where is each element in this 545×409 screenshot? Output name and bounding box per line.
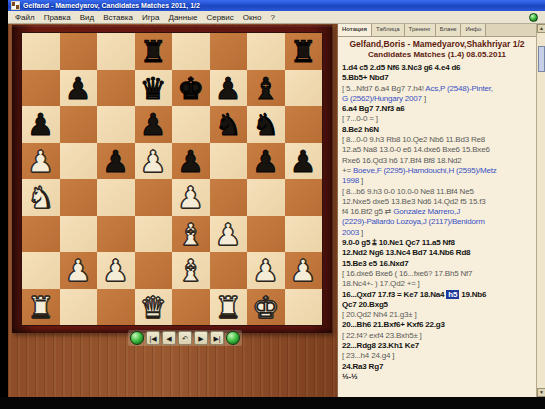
notation-line-28: 22...Rdg8 23.Kh1 Ke7 <box>342 341 533 351</box>
move-text[interactable]: += <box>342 166 353 175</box>
notation-line-15: f4 16.Bf2 g5 ⇄ Gonzalez Marrero,J <box>342 207 533 217</box>
square-a8[interactable] <box>22 33 60 70</box>
chess-board-frame: ♜♜♟♛♚♟♝♟♟♞♞♟♟♟♟♟♟♞♟♝♟♟♟♝♟♟♜♛♜♚ <box>12 25 332 333</box>
status-text: … <box>0 405 11 409</box>
square-e4[interactable]: ♟ <box>172 179 210 216</box>
move-text[interactable]: Qc7 20.Bxg5 <box>342 300 388 309</box>
game-header: Gelfand,Boris - Mamedyarov,Shakhriyar 1/… <box>338 39 536 60</box>
notation-line-31: ½-½ <box>342 372 533 382</box>
square-h1[interactable] <box>285 289 323 326</box>
notation-line-4: G (2562)/Hungary 2007 ] <box>342 94 533 104</box>
move-text[interactable]: 8.Be2 h6N <box>342 125 379 134</box>
move-text[interactable]: ] <box>359 176 363 185</box>
square-g3[interactable] <box>247 216 285 253</box>
move-text[interactable]: [ 8...b6 9.h3 0-0 10.0-0 Ne8 11.Bf4 Ne5 <box>342 187 474 196</box>
piece-br-h8[interactable]: ♜ <box>285 33 323 70</box>
piece-wp-d5[interactable]: ♟ <box>135 143 173 180</box>
notation-line-16: (2229)-Pallardo Lozoya,J (2117)/Benidorm <box>342 217 533 227</box>
notation-line-6: [ 7...0-0 = ] <box>342 114 533 124</box>
tab-Тренинг[interactable]: Тренинг <box>405 24 436 36</box>
event-date: Candidates Matches (1.4) 08.05.2011 <box>338 50 536 60</box>
green-status-icon[interactable] <box>529 13 538 22</box>
piece-bp-a6[interactable]: ♟ <box>22 106 60 143</box>
square-h4[interactable] <box>285 179 323 216</box>
square-b3[interactable] <box>60 216 98 253</box>
piece-wp-c2[interactable]: ♟ <box>97 252 135 289</box>
notation-line-26: 20...Bh6 21.Bxf6+ Kxf6 22.g3 <box>342 320 533 330</box>
move-text[interactable]: 12.Nxe5 dxe5 13.Be3 Nd6 14.Qd2 f5 15.f3 <box>342 197 485 206</box>
menu-item-6[interactable]: Данные <box>169 13 198 22</box>
square-h6[interactable] <box>285 106 323 143</box>
piece-bp-e5[interactable]: ♟ <box>172 143 210 180</box>
square-d2[interactable] <box>135 252 173 289</box>
move-text[interactable]: 1998 <box>342 176 359 185</box>
current-move-highlight[interactable]: h5 <box>446 290 459 299</box>
piece-bk-e7[interactable]: ♚ <box>172 70 210 107</box>
square-h8[interactable]: ♜ <box>285 33 323 70</box>
square-g2[interactable]: ♟ <box>247 252 285 289</box>
piece-bp-c5[interactable]: ♟ <box>97 143 135 180</box>
square-c2[interactable]: ♟ <box>97 252 135 289</box>
app-window: Gelfand - Mamedyarov, Candidates Matches… <box>0 0 545 409</box>
move-text[interactable]: 12.a5 Na8 13.0-0 e6 14.dxe6 Bxe6 15.Bxe6 <box>342 145 490 154</box>
square-e7[interactable]: ♚ <box>172 70 210 107</box>
square-a5[interactable]: ♟ <box>22 143 60 180</box>
square-a7[interactable] <box>22 70 60 107</box>
square-e1[interactable] <box>172 289 210 326</box>
menu-item-3[interactable]: Вид <box>80 13 94 22</box>
players-result: Gelfand,Boris - Mamedyarov,Shakhriyar 1/… <box>338 39 536 50</box>
piece-wp-b2[interactable]: ♟ <box>60 252 98 289</box>
move-text[interactable]: 6.a4 Bg7 7.Nf3 a6 <box>342 104 404 113</box>
square-h7[interactable] <box>285 70 323 107</box>
move-navigation-bar: |◀◀↶▶▶| <box>128 330 242 346</box>
notation-line-20: 15.Be3 e5 16.Nxd7 <box>342 259 533 269</box>
square-h2[interactable]: ♟ <box>285 252 323 289</box>
takeback-button[interactable]: ↶ <box>178 331 192 345</box>
tab-Инфо[interactable]: Инфо <box>461 24 486 36</box>
square-f1[interactable]: ♜ <box>210 289 248 326</box>
piece-bn-g6[interactable]: ♞ <box>247 106 285 143</box>
menu-item-2[interactable]: Правка <box>44 13 71 22</box>
square-g6[interactable]: ♞ <box>247 106 285 143</box>
move-text[interactable]: 12.Nd2 Ng6 13.Nc4 Bd7 14.Nb6 Rd8 <box>342 248 470 257</box>
square-b2[interactable]: ♟ <box>60 252 98 289</box>
square-f4[interactable] <box>210 179 248 216</box>
tab-Нотация[interactable]: Нотация <box>338 24 372 36</box>
square-g1[interactable]: ♚ <box>247 289 285 326</box>
tab-Бланк[interactable]: Бланк <box>436 24 462 36</box>
notation-line-23: 16...Qxd7 17.f3 = Ke7 18.Na4 h5 19.Nb6 <box>342 290 533 300</box>
square-a6[interactable]: ♟ <box>22 106 60 143</box>
engine-orb-left-icon[interactable] <box>130 331 144 345</box>
notation-line-14: 12.Nxe5 dxe5 13.Be3 Nd6 14.Qd2 f5 15.f3 <box>342 197 533 207</box>
square-e8[interactable] <box>172 33 210 70</box>
square-c8[interactable] <box>97 33 135 70</box>
square-f2[interactable] <box>210 252 248 289</box>
menu-item-7[interactable]: Сервис <box>206 13 233 22</box>
square-d4[interactable] <box>135 179 173 216</box>
piece-wp-a5[interactable]: ♟ <box>22 143 60 180</box>
square-c3[interactable] <box>97 216 135 253</box>
square-g8[interactable] <box>247 33 285 70</box>
notation-line-27: [ 22.f4? exf4 23.Bxh5± ] <box>342 331 533 341</box>
piece-wq-d1[interactable]: ♛ <box>135 289 173 326</box>
square-e3[interactable]: ♝ <box>172 216 210 253</box>
notation-line-22: 18.Nc4+- ) 17.Qd2 += ] <box>342 279 533 289</box>
next-move-button[interactable]: ▶ <box>194 331 208 345</box>
notation-line-1: 1.d4 c5 2.d5 Nf6 3.Nc3 g6 4.e4 d6 <box>342 63 533 73</box>
piece-bb-g7[interactable]: ♝ <box>247 70 285 107</box>
square-d7[interactable]: ♛ <box>135 70 173 107</box>
square-c5[interactable]: ♟ <box>97 143 135 180</box>
notation-line-12: 1998 ] <box>342 176 533 186</box>
square-d8[interactable]: ♜ <box>135 33 173 70</box>
square-b6[interactable] <box>60 106 98 143</box>
square-f3[interactable]: ♟ <box>210 216 248 253</box>
piece-wp-f3[interactable]: ♟ <box>210 216 248 253</box>
scrollbar-thumb[interactable] <box>538 46 545 72</box>
square-e2[interactable]: ♝ <box>172 252 210 289</box>
notation-tabs: НотацияТаблицаТренингБланкИнфо <box>338 24 536 37</box>
move-text[interactable]: [ 22.f4? exf4 23.Bxh5± ] <box>342 331 422 340</box>
scroll-down-icon[interactable]: ▼ <box>537 388 545 397</box>
square-f8[interactable] <box>210 33 248 70</box>
move-text[interactable]: 24.Ra3 Rg7 <box>342 362 383 371</box>
chess-board: ♜♜♟♛♚♟♝♟♟♞♞♟♟♟♟♟♟♞♟♝♟♟♟♝♟♟♜♛♜♚ <box>22 33 322 325</box>
move-text[interactable]: 19.Nb6 <box>459 290 486 299</box>
piece-bq-d7[interactable]: ♛ <box>135 70 173 107</box>
scroll-up-icon[interactable]: ▲ <box>537 24 545 33</box>
notation-line-17: 2003 ] <box>342 228 533 238</box>
title-bar: Gelfand - Mamedyarov, Candidates Matches… <box>8 0 545 11</box>
square-h3[interactable] <box>285 216 323 253</box>
last-move-button[interactable]: ▶| <box>210 331 224 345</box>
piece-bp-f7[interactable]: ♟ <box>210 70 248 107</box>
menu-item-1[interactable]: Файл <box>15 13 35 22</box>
notation-scrollbar[interactable]: ▲ ▼ <box>536 24 545 397</box>
piece-wb-e2[interactable]: ♝ <box>172 252 210 289</box>
notation-line-7: 8.Be2 h6N <box>342 125 533 135</box>
piece-wp-g2[interactable]: ♟ <box>247 252 285 289</box>
first-move-button[interactable]: |◀ <box>146 331 160 345</box>
notation-line-25: [ 20.Qd2 Nh4 21.g3± ] <box>342 310 533 320</box>
move-text[interactable]: Rxe6 16.Qd3 h6 17.Bf4 Bf8 18.Nd2 <box>342 156 461 165</box>
notation-line-21: [ 16.dxe6 Bxe6 ( 16...fxe6? 17.Bh5 Nf7 <box>342 269 533 279</box>
square-a3[interactable] <box>22 216 60 253</box>
notation-line-10: Rxe6 16.Qd3 h6 17.Bf4 Bf8 18.Nd2 <box>342 156 533 166</box>
notation-line-8: [ 8...0-0 9.h3 Rb8 10.Qe2 Nb6 11.Bd3 Re8 <box>342 135 533 145</box>
move-text[interactable]: 2003 <box>342 228 359 237</box>
move-text[interactable]: Gonzalez Marrero,J <box>393 207 460 216</box>
piece-wp-h2[interactable]: ♟ <box>285 252 323 289</box>
square-e5[interactable]: ♟ <box>172 143 210 180</box>
square-b4[interactable] <box>60 179 98 216</box>
square-b8[interactable] <box>60 33 98 70</box>
move-text[interactable]: f4 16.Bf2 g5 ⇄ <box>342 207 393 216</box>
menu-bar: ФайлПравкаВидВставкаИграДанныеСервисОкно… <box>8 11 545 24</box>
notation-line-24: Qc7 20.Bxg5 <box>342 300 533 310</box>
square-d3[interactable] <box>135 216 173 253</box>
notation-line-30: 24.Ra3 Rg7 <box>342 362 533 372</box>
square-h5[interactable]: ♟ <box>285 143 323 180</box>
menu-item-9[interactable]: ? <box>270 13 274 22</box>
move-text[interactable]: ] <box>359 228 363 237</box>
notation-line-3: [ 5...Nfd7 6.a4 Bg7 7.h4! Acs,P (2548)-P… <box>342 84 533 94</box>
move-text[interactable]: ] <box>422 94 426 103</box>
notation-line-11: += Boeve,F (2295)-Hamdouchi,H (2595)/Met… <box>342 166 533 176</box>
piece-wb-e3[interactable]: ♝ <box>172 216 210 253</box>
square-d5[interactable]: ♟ <box>135 143 173 180</box>
status-bar: … <box>0 397 545 409</box>
move-text[interactable]: Acs,P (2548)-Pinter, <box>425 84 492 93</box>
square-f6[interactable]: ♞ <box>210 106 248 143</box>
piece-bp-b7[interactable]: ♟ <box>60 70 98 107</box>
square-f7[interactable]: ♟ <box>210 70 248 107</box>
square-g4[interactable] <box>247 179 285 216</box>
square-b1[interactable] <box>60 289 98 326</box>
menu-item-5[interactable]: Игра <box>142 13 160 22</box>
square-d1[interactable]: ♛ <box>135 289 173 326</box>
notation-line-18: 9.0-0 g5 ⩲ 10.Ne1 Qc7 11.a5 Nf8 <box>342 238 533 248</box>
move-text[interactable]: [ 20.Qd2 Nh4 21.g3± ] <box>342 310 416 319</box>
piece-br-d8[interactable]: ♜ <box>135 33 173 70</box>
move-text[interactable]: [ 8...0-0 9.h3 Rb8 10.Qe2 Nb6 11.Bd3 Re8 <box>342 135 485 144</box>
prev-move-button[interactable]: ◀ <box>162 331 176 345</box>
square-d6[interactable]: ♟ <box>135 106 173 143</box>
move-text[interactable]: [ 16.dxe6 Bxe6 ( 16...fxe6? 17.Bh5 Nf7 <box>342 269 472 278</box>
square-a1[interactable]: ♜ <box>22 289 60 326</box>
square-c4[interactable] <box>97 179 135 216</box>
move-text[interactable]: [ 23...h4 24.g4 ] <box>342 351 394 360</box>
square-g7[interactable]: ♝ <box>247 70 285 107</box>
square-f5[interactable] <box>210 143 248 180</box>
piece-bp-g5[interactable]: ♟ <box>247 143 285 180</box>
square-e6[interactable] <box>172 106 210 143</box>
square-c6[interactable] <box>97 106 135 143</box>
move-text[interactable]: 18.Nc4+- ) 17.Qd2 += ] <box>342 279 420 288</box>
move-text[interactable]: 9.0-0 g5 ⩲ 10.Ne1 Qc7 11.a5 Nf8 <box>342 238 455 247</box>
square-c7[interactable] <box>97 70 135 107</box>
move-text[interactable]: 16...Qxd7 17.f3 = Ke7 18.Na4 <box>342 290 446 299</box>
piece-bp-d6[interactable]: ♟ <box>135 106 173 143</box>
piece-wr-f1[interactable]: ♜ <box>210 289 248 326</box>
notation-panel: НотацияТаблицаТренингБланкИнфо Gelfand,B… <box>337 24 536 397</box>
tab-Таблица[interactable]: Таблица <box>372 24 405 36</box>
notation-line-19: 12.Nd2 Ng6 13.Nc4 Bd7 14.Nb6 Rd8 <box>342 248 533 258</box>
notation-line-9: 12.a5 Na8 13.0-0 e6 14.dxe6 Bxe6 15.Bxe6 <box>342 145 533 155</box>
square-b5[interactable] <box>60 143 98 180</box>
notation-line-29: [ 23...h4 24.g4 ] <box>342 351 533 361</box>
engine-orb-right-icon[interactable] <box>226 331 240 345</box>
square-g5[interactable]: ♟ <box>247 143 285 180</box>
window-title: Gelfand - Mamedyarov, Candidates Matches… <box>23 2 200 9</box>
notation-line-13: [ 8...b6 9.h3 0-0 10.0-0 Ne8 11.Bf4 Ne5 <box>342 187 533 197</box>
piece-wn-a4[interactable]: ♞ <box>22 179 60 216</box>
square-a4[interactable]: ♞ <box>22 179 60 216</box>
piece-wp-e4[interactable]: ♟ <box>172 179 210 216</box>
move-text[interactable]: Boeve,F (2295)-Hamdouchi,H (2595)/Metz <box>353 166 497 175</box>
square-c1[interactable] <box>97 289 135 326</box>
move-text[interactable]: 15.Be3 e5 16.Nxd7 <box>342 259 408 268</box>
square-b7[interactable]: ♟ <box>60 70 98 107</box>
move-text[interactable]: 22...Rdg8 23.Kh1 Ke7 <box>342 341 419 350</box>
move-text[interactable]: [ 5...Nfd7 6.a4 Bg7 7.h4! <box>342 84 425 93</box>
square-a2[interactable] <box>22 252 60 289</box>
move-text[interactable]: 5.Bb5+ Nbd7 <box>342 73 388 82</box>
move-text[interactable]: (2229)-Pallardo Lozoya,J (2117)/Benidorm <box>342 217 485 226</box>
move-text[interactable]: [ 7...0-0 = ] <box>342 114 378 123</box>
piece-wk-g1[interactable]: ♚ <box>247 289 285 326</box>
notation-line-2: 5.Bb5+ Nbd7 <box>342 73 533 83</box>
piece-wr-a1[interactable]: ♜ <box>22 289 60 326</box>
piece-bp-h5[interactable]: ♟ <box>285 143 323 180</box>
move-list: 1.d4 c5 2.d5 Nf6 3.Nc3 g6 4.e4 d65.Bb5+ … <box>338 60 536 382</box>
move-text[interactable]: 1.d4 c5 2.d5 Nf6 3.Nc3 g6 4.e4 d6 <box>342 63 460 72</box>
move-text[interactable]: 20...Bh6 21.Bxf6+ Kxf6 22.g3 <box>342 320 445 329</box>
menu-item-4[interactable]: Вставка <box>103 13 133 22</box>
move-text[interactable]: G (2562)/Hungary 2007 <box>342 94 422 103</box>
move-text[interactable]: ½-½ <box>342 372 357 381</box>
app-icon <box>11 1 20 10</box>
menu-item-8[interactable]: Окно <box>243 13 262 22</box>
piece-bn-f6[interactable]: ♞ <box>210 106 248 143</box>
notation-line-5: 6.a4 Bg7 7.Nf3 a6 <box>342 104 533 114</box>
